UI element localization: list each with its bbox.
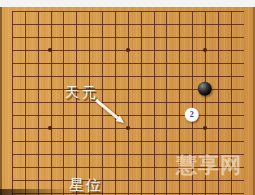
board-right-edge-shadow bbox=[253, 7, 255, 195]
star-point bbox=[48, 126, 52, 130]
stone-move-number: 2 bbox=[190, 111, 194, 119]
white-stone: 2 bbox=[185, 107, 200, 122]
tengen-arrow-icon bbox=[94, 97, 130, 127]
star-point bbox=[203, 126, 207, 130]
star-point bbox=[48, 48, 52, 52]
bottom-edge-shadow bbox=[0, 189, 74, 195]
star-point bbox=[203, 48, 207, 52]
black-stone bbox=[197, 81, 212, 96]
go-board-photo: 2 天元 星位 慧享网 bbox=[0, 0, 255, 195]
star-point-label: 星位 bbox=[69, 178, 103, 193]
star-point bbox=[126, 48, 130, 52]
watermark-text: 慧享网 bbox=[176, 154, 242, 175]
top-white-strip bbox=[0, 0, 255, 7]
board-left-edge-shadow bbox=[0, 7, 2, 195]
